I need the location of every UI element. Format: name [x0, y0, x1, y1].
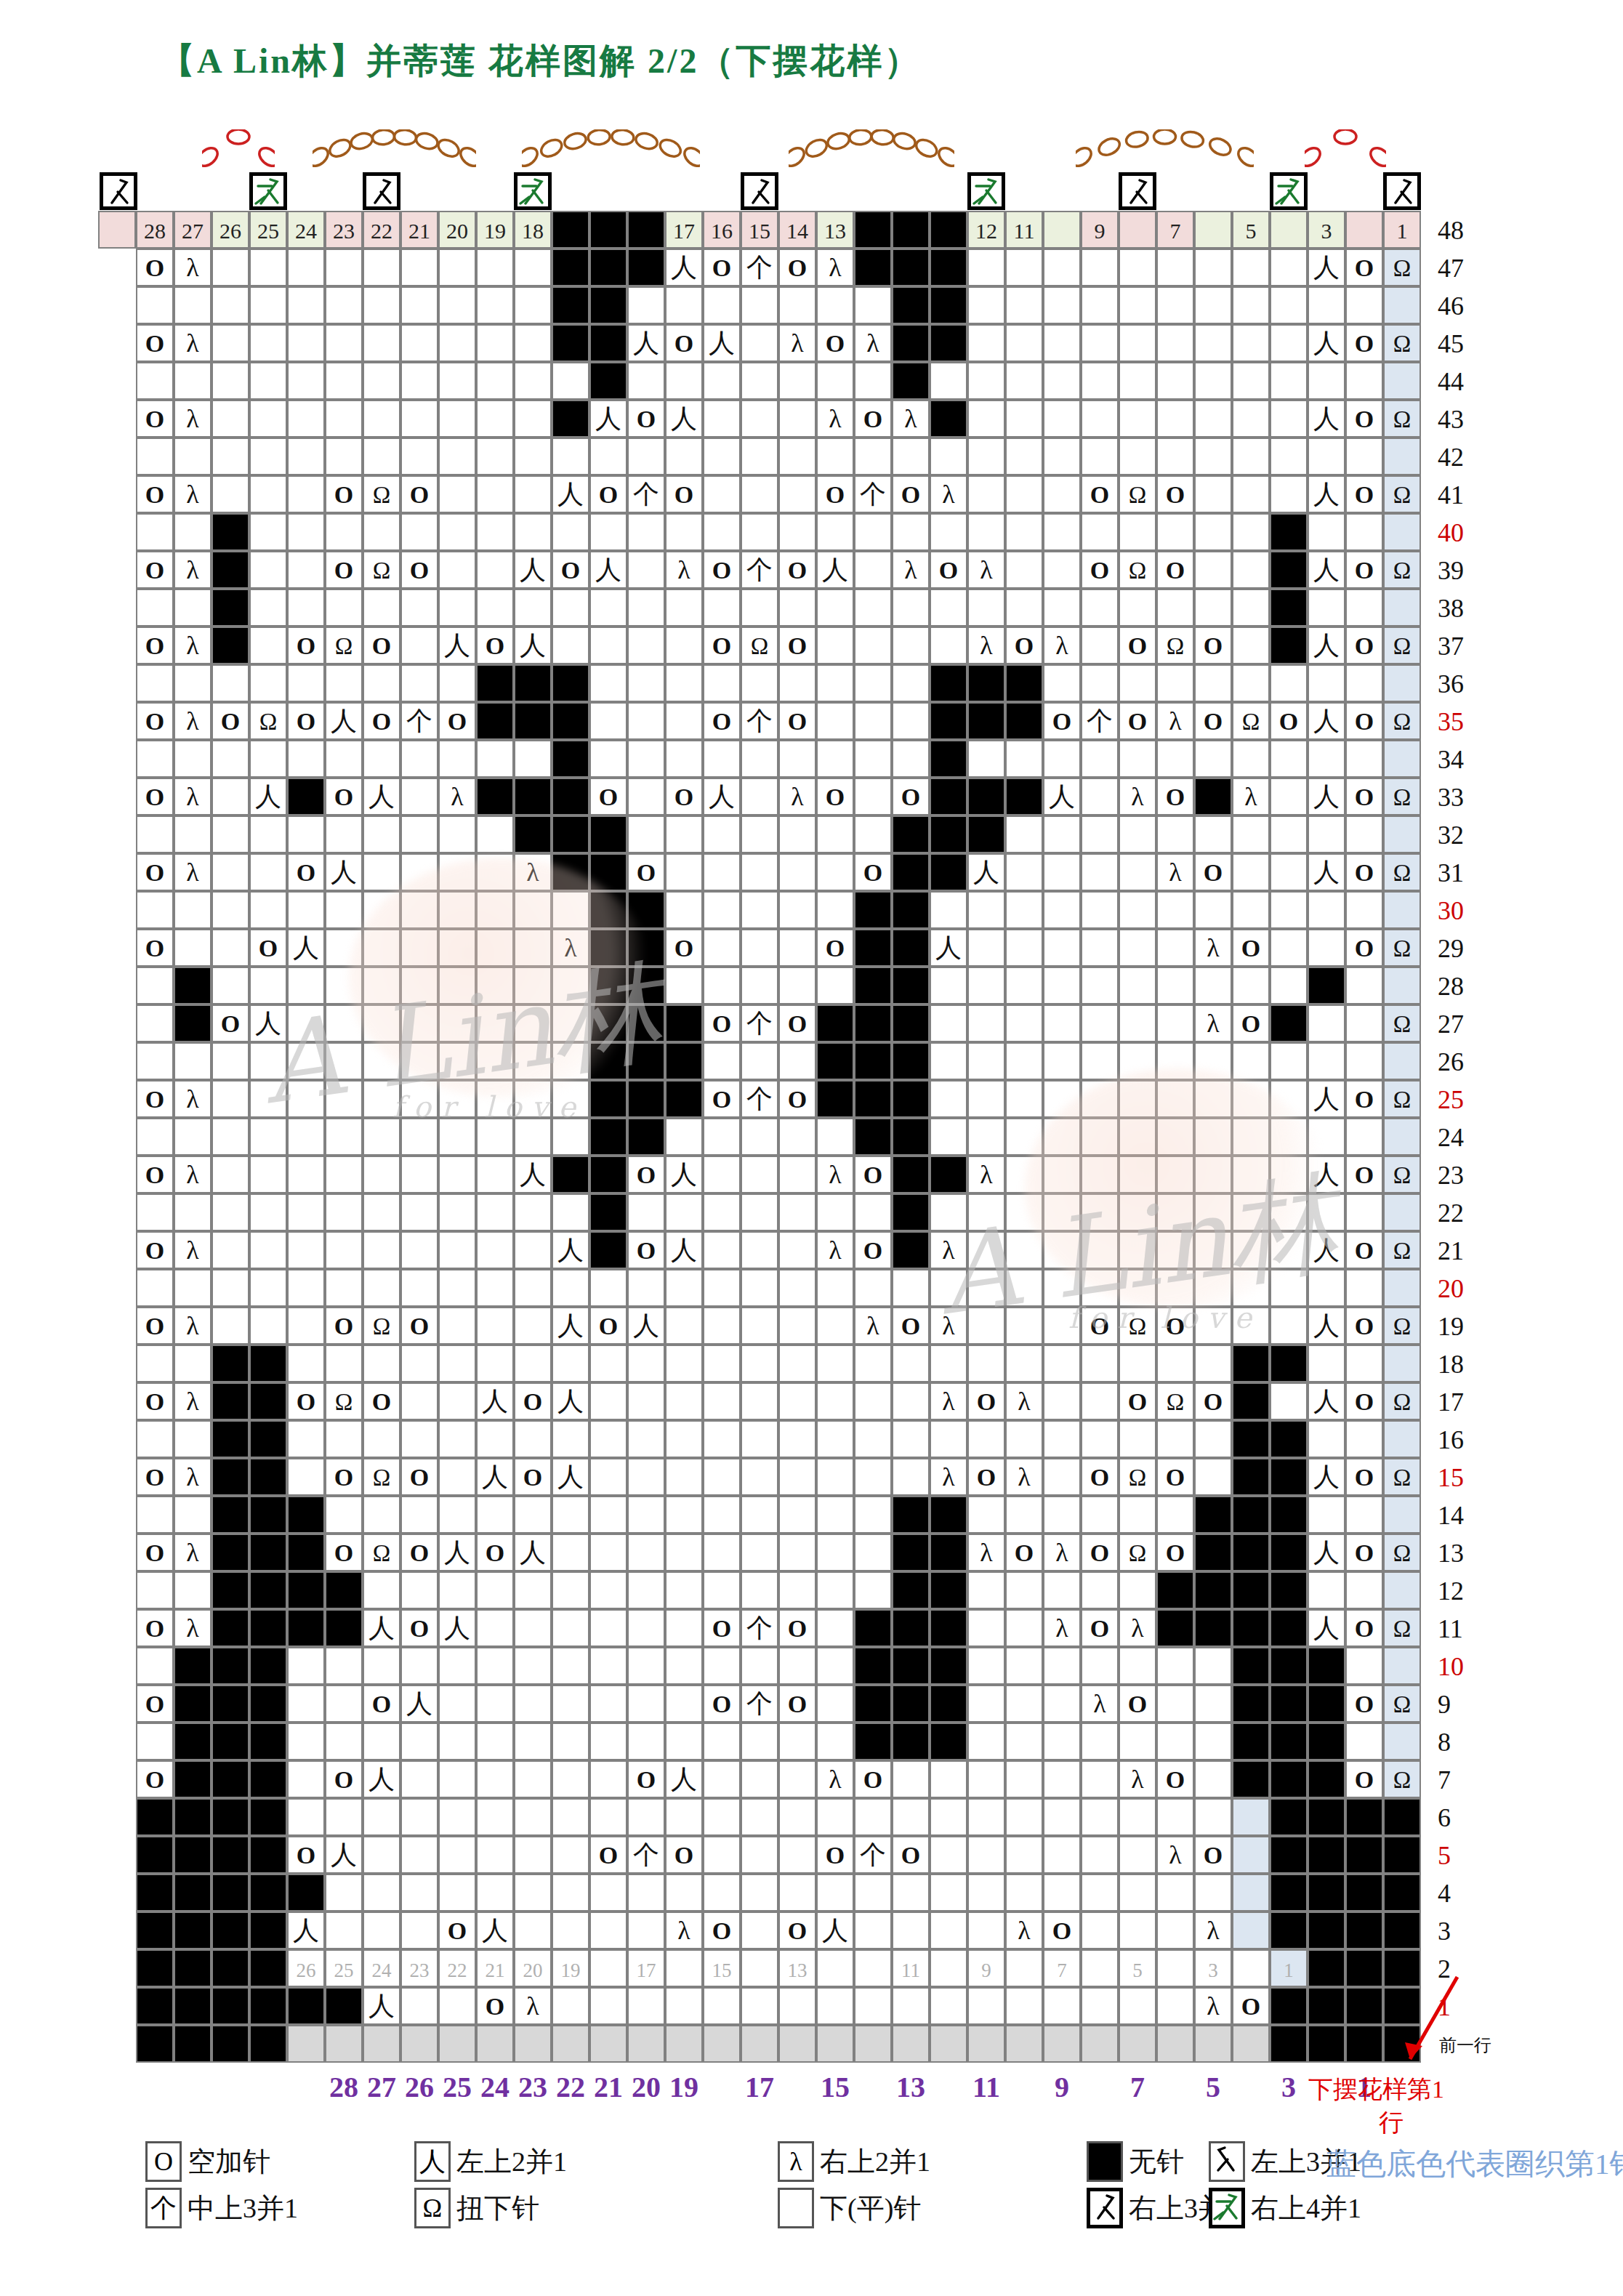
- chart-cell: [552, 513, 589, 551]
- chart-cell: [1081, 1949, 1119, 1987]
- chart-cell: [1270, 891, 1308, 929]
- chart-cell: [703, 1382, 741, 1420]
- chart-cell: [1043, 740, 1081, 778]
- chart-cell: O: [363, 1685, 400, 1723]
- blue-note: 蓝色底色代表圈织第1针: [1326, 2144, 1623, 2184]
- chart-cell: [778, 1382, 816, 1420]
- chart-cell: [703, 891, 741, 929]
- chart-cell: [476, 1042, 514, 1080]
- chart-cell: [892, 1382, 930, 1420]
- chart-cell: O: [1156, 475, 1194, 513]
- chart-cell: O: [1043, 702, 1081, 740]
- chart-cell: O: [1156, 1458, 1194, 1496]
- chart-cell: [400, 1723, 438, 1760]
- chart-cell: [476, 400, 514, 438]
- chart-cell: [1194, 1760, 1232, 1798]
- chart-cell: [589, 740, 627, 778]
- chart-cell: [778, 891, 816, 929]
- chart-cell: [363, 286, 400, 324]
- chart-cell: [1119, 1080, 1156, 1118]
- chart-cell: [1005, 1609, 1043, 1647]
- chart-cell: [1194, 815, 1232, 853]
- chart-cell: [703, 438, 741, 475]
- chart-cell: [1194, 249, 1232, 286]
- chart-cell: [400, 1571, 438, 1609]
- chart-cell: [1194, 740, 1232, 778]
- chart-cell: [892, 513, 930, 551]
- chart-cell: [1081, 1004, 1119, 1042]
- chart-cell: [287, 1345, 325, 1382]
- row-number: 30: [1438, 895, 1489, 926]
- chart-cell: [212, 589, 249, 627]
- chart-cell: [174, 891, 212, 929]
- chart-cell: O: [136, 249, 174, 286]
- chart-cell: [1043, 324, 1081, 362]
- chart-cell: [1043, 1231, 1081, 1269]
- chart-cell: [1156, 1609, 1194, 1647]
- chart-cell: [665, 1496, 703, 1534]
- chart-cell: [136, 1647, 174, 1685]
- chart-cell: [854, 1874, 892, 1912]
- chart-cell: [287, 362, 325, 400]
- chart-cell: [249, 967, 287, 1004]
- chart-cell: [1194, 1723, 1232, 1760]
- chart-cell: O: [854, 400, 892, 438]
- chart-cell: Ω: [1383, 1156, 1421, 1193]
- chart-cell: [930, 891, 967, 929]
- chart-cell: 人: [1308, 1307, 1345, 1345]
- chart-cell: [1081, 967, 1119, 1004]
- chart-cell: 人: [552, 1382, 589, 1420]
- chart-cell: [212, 1458, 249, 1496]
- chart-cell: [552, 664, 589, 702]
- chart-cell: [174, 664, 212, 702]
- chart-cell: [703, 1156, 741, 1193]
- chart-cell: [1345, 1118, 1383, 1156]
- chart-cell: O: [816, 475, 854, 513]
- chart-cell: λ: [1081, 1685, 1119, 1723]
- chart-cell: [174, 929, 212, 967]
- chart-cell: [1383, 1118, 1421, 1156]
- chart-cell: [1043, 1193, 1081, 1231]
- chart-cell: O: [778, 702, 816, 740]
- chart-cell: [1270, 1685, 1308, 1723]
- chart-cell: [892, 1760, 930, 1798]
- chart-cell: [1308, 1496, 1345, 1534]
- chart-cell: [589, 929, 627, 967]
- chart-cell: Ω: [1156, 627, 1194, 664]
- chart-cell: [325, 1193, 363, 1231]
- chart-cell: [1005, 967, 1043, 1004]
- chart-cell: O: [892, 475, 930, 513]
- legend-label: 中上3并1: [188, 2188, 298, 2228]
- chart-cell: [930, 778, 967, 815]
- chart-cell: [287, 664, 325, 702]
- chart-cell: [1043, 438, 1081, 475]
- chart-cell: Ω: [1383, 929, 1421, 967]
- marker-right3dec-icon: [1119, 172, 1156, 210]
- chart-cell: [892, 249, 930, 286]
- chart-cell: [514, 664, 552, 702]
- chart-cell: [400, 400, 438, 438]
- chart-cell: [400, 362, 438, 400]
- header-cell: [1119, 211, 1156, 249]
- chart-cell: [627, 1420, 665, 1458]
- chart-cell: λ: [778, 778, 816, 815]
- chart-cell: [1119, 1042, 1156, 1080]
- chart-cell: [967, 1118, 1005, 1156]
- chart-cell: [1232, 1118, 1270, 1156]
- chart-cell: [967, 1685, 1005, 1723]
- chart-cell: [1043, 1723, 1081, 1760]
- chart-cell: [514, 929, 552, 967]
- previous-row-cell: [967, 2025, 1005, 2063]
- chart-cell: [476, 1080, 514, 1118]
- chart-cell: [1194, 513, 1232, 551]
- chart-cell: [1043, 1685, 1081, 1723]
- chart-cell: O: [1194, 702, 1232, 740]
- chart-cell: λ: [816, 1760, 854, 1798]
- chart-cell: O: [1156, 1307, 1194, 1345]
- chart-cell: [287, 740, 325, 778]
- chart-cell: [174, 1723, 212, 1760]
- legend-label: 空加针: [188, 2141, 270, 2182]
- chart-cell: [627, 1193, 665, 1231]
- chart-cell: [1194, 1496, 1232, 1534]
- chart-cell: [589, 1231, 627, 1269]
- chart-cell: 人: [589, 400, 627, 438]
- chart-cell: [1081, 438, 1119, 475]
- chart-cell: [1270, 1382, 1308, 1420]
- chart-cell: [892, 1231, 930, 1269]
- chart-cell: [1043, 1760, 1081, 1798]
- chart-cell: [363, 1004, 400, 1042]
- chart-cell: [136, 891, 174, 929]
- chart-cell: [1156, 664, 1194, 702]
- header-cell: 27: [174, 211, 212, 249]
- chart-cell: [287, 1156, 325, 1193]
- chart-cell: [249, 1912, 287, 1949]
- chart-cell: O: [136, 1760, 174, 1798]
- chart-cell: O: [249, 929, 287, 967]
- chart-cell: [1043, 1042, 1081, 1080]
- chart-cell: O: [1119, 702, 1156, 740]
- chart-cell: λ: [514, 853, 552, 891]
- chart-cell: [514, 1193, 552, 1231]
- chart-cell: λ: [1194, 1987, 1232, 2025]
- chart-cell: [665, 1534, 703, 1571]
- chart-cell: O: [476, 1534, 514, 1571]
- chart-cell: [627, 1269, 665, 1307]
- chart-cell: [816, 1042, 854, 1080]
- chart-cell: [1156, 1118, 1194, 1156]
- legend-right3-icon: [1087, 2188, 1123, 2228]
- chart-cell: [325, 286, 363, 324]
- chart-cell: O: [325, 1760, 363, 1798]
- chart-cell: [514, 513, 552, 551]
- chart-cell: [1119, 1156, 1156, 1193]
- chart-cell: [778, 1193, 816, 1231]
- row-number: 28: [1438, 971, 1489, 1002]
- chart-cell: [249, 286, 287, 324]
- chart-cell: [476, 1193, 514, 1231]
- chart-cell: [1005, 853, 1043, 891]
- chart-cell: [400, 1912, 438, 1949]
- chart-cell: [1156, 1647, 1194, 1685]
- chart-cell: [1308, 362, 1345, 400]
- chart-cell: [1194, 589, 1232, 627]
- chart-cell: [1156, 1571, 1194, 1609]
- chart-cell: Ω: [325, 1382, 363, 1420]
- chart-cell: [627, 1723, 665, 1760]
- chart-cell: [892, 1571, 930, 1609]
- chart-cell: O: [1345, 400, 1383, 438]
- chart-cell: [249, 1231, 287, 1269]
- chart-cell: [930, 1496, 967, 1534]
- row-number: 6: [1438, 1802, 1489, 1833]
- chart-cell: [1005, 249, 1043, 286]
- chart-cell: [1232, 853, 1270, 891]
- chart-cell: [1194, 1571, 1232, 1609]
- chart-cell: [778, 1156, 816, 1193]
- chart-cell: [930, 1874, 967, 1912]
- chart-cell: [854, 551, 892, 589]
- chart-cell: [212, 1685, 249, 1723]
- chart-cell: [1270, 1609, 1308, 1647]
- row-number: 23: [1438, 1160, 1489, 1191]
- chart-cell: Ω: [249, 702, 287, 740]
- chart-cell: [589, 438, 627, 475]
- chart-cell: [816, 1685, 854, 1723]
- chart-cell: [1270, 1080, 1308, 1118]
- chart-cell: [665, 853, 703, 891]
- chart-cell: [967, 1231, 1005, 1269]
- chart-cell: 20: [514, 1949, 552, 1987]
- chart-cell: [1119, 1647, 1156, 1685]
- row-number: 34: [1438, 744, 1489, 775]
- chart-cell: [1194, 1609, 1232, 1647]
- chart-cell: [778, 1118, 816, 1156]
- chart-cell: [589, 362, 627, 400]
- chart-cell: [627, 589, 665, 627]
- legend-label: 无针: [1129, 2141, 1184, 2182]
- chart-cell: [703, 1874, 741, 1912]
- chart-cell: [741, 1420, 778, 1458]
- chart-cell: [1270, 1534, 1308, 1571]
- chart-cell: 11: [892, 1949, 930, 1987]
- chart-cell: [476, 1836, 514, 1874]
- chart-cell: [892, 1723, 930, 1760]
- chart-cell: 个: [741, 1685, 778, 1723]
- chart-cell: [1232, 249, 1270, 286]
- chart-cell: O: [589, 1836, 627, 1874]
- chart-cell: O: [1345, 551, 1383, 589]
- chart-cell: [967, 1760, 1005, 1798]
- row-number: 15: [1438, 1462, 1489, 1493]
- chart-cell: [1119, 664, 1156, 702]
- chart-cell: [174, 1760, 212, 1798]
- chart-cell: [1081, 589, 1119, 627]
- chart-cell: [1043, 891, 1081, 929]
- chart-cell: [1270, 513, 1308, 551]
- chart-cell: [1232, 1156, 1270, 1193]
- chart-cell: [514, 1912, 552, 1949]
- chart-cell: [476, 475, 514, 513]
- chart-cell: [854, 1269, 892, 1307]
- chart-cell: [930, 1042, 967, 1080]
- chart-cell: [325, 664, 363, 702]
- chart-cell: [1345, 1496, 1383, 1534]
- row-number: 33: [1438, 782, 1489, 813]
- knitting-chart-page: 【A Lin林】并蒂莲 花样图解 2/2（下摆花样） 2827262524232…: [0, 0, 1623, 2296]
- chart-cell: 个: [741, 1004, 778, 1042]
- chart-cell: [136, 286, 174, 324]
- chart-cell: [1232, 1307, 1270, 1345]
- header-cell: 17: [665, 211, 703, 249]
- chart-cell: [325, 1080, 363, 1118]
- chart-cell: [1270, 1723, 1308, 1760]
- chart-cell: [1270, 778, 1308, 815]
- chart-cell: 人: [816, 551, 854, 589]
- chart-cell: [174, 1647, 212, 1685]
- chart-cell: [325, 1685, 363, 1723]
- chart-cell: [1232, 1723, 1270, 1760]
- chart-cell: [1232, 1420, 1270, 1458]
- chart-cell: [741, 1382, 778, 1420]
- chart-cell: O: [1270, 702, 1308, 740]
- previous-row-cell: [665, 2025, 703, 2063]
- chart-cell: [1232, 1534, 1270, 1571]
- chart-cell: [136, 589, 174, 627]
- chart-cell: [514, 438, 552, 475]
- chart-cell: [741, 967, 778, 1004]
- chart-cell: O: [892, 1836, 930, 1874]
- chart-cell: [778, 1723, 816, 1760]
- chart-cell: [589, 324, 627, 362]
- chart-cell: [589, 1647, 627, 1685]
- chart-cell: O: [665, 929, 703, 967]
- chart-cell: 1: [1270, 1949, 1308, 1987]
- chart-cell: [212, 1836, 249, 1874]
- chart-cell: O: [287, 627, 325, 664]
- chart-cell: [1156, 1874, 1194, 1912]
- chart-cell: O: [1345, 1156, 1383, 1193]
- chart-cell: [589, 1723, 627, 1760]
- chart-cell: [363, 1269, 400, 1307]
- chart-cell: [400, 513, 438, 551]
- chart-cell: O: [1081, 1609, 1119, 1647]
- chart-cell: [967, 815, 1005, 853]
- chart-cell: [552, 853, 589, 891]
- chart-cell: [249, 1382, 287, 1420]
- chart-cell: [400, 967, 438, 1004]
- chart-cell: λ: [1005, 1458, 1043, 1496]
- chart-cell: λ: [174, 324, 212, 362]
- row-number: 39: [1438, 555, 1489, 586]
- chart-cell: O: [1156, 778, 1194, 815]
- chart-cell: [249, 1269, 287, 1307]
- chart-cell: [778, 1571, 816, 1609]
- chart-cell: [287, 475, 325, 513]
- chart-cell: [552, 702, 589, 740]
- chart-cell: 人: [1308, 627, 1345, 664]
- chart-cell: [892, 324, 930, 362]
- chart-cell: [1156, 929, 1194, 967]
- chart-cell: Ω: [1383, 1458, 1421, 1496]
- chart-cell: [287, 1042, 325, 1080]
- next-tier-stitch-number: 17: [745, 2070, 774, 2104]
- chart-cell: O: [325, 1534, 363, 1571]
- chart-cell: [627, 815, 665, 853]
- chart-cell: [552, 1118, 589, 1156]
- chart-cell: [249, 853, 287, 891]
- chart-cell: [514, 1609, 552, 1647]
- chart-cell: [1005, 1874, 1043, 1912]
- chart-cell: [1005, 589, 1043, 627]
- chart-cell: [476, 589, 514, 627]
- chart-cell: λ: [816, 1156, 854, 1193]
- chart-cell: [1308, 1723, 1345, 1760]
- chart-cell: [438, 1798, 476, 1836]
- chart-cell: [476, 1156, 514, 1193]
- chart-cell: [589, 1269, 627, 1307]
- chart-cell: Ω: [1383, 1231, 1421, 1269]
- chart-cell: [1308, 589, 1345, 627]
- chart-cell: [1232, 1193, 1270, 1231]
- chart-cell: [1232, 1571, 1270, 1609]
- chart-cell: [1308, 1949, 1345, 1987]
- chart-cell: [778, 438, 816, 475]
- chart-cell: [778, 1269, 816, 1307]
- chart-cell: [1345, 815, 1383, 853]
- chart-cell: [589, 853, 627, 891]
- header-cell: 25: [249, 211, 287, 249]
- chart-cell: [1345, 513, 1383, 551]
- chart-cell: [438, 400, 476, 438]
- chart-cell: [1383, 1269, 1421, 1307]
- chart-cell: [1081, 1420, 1119, 1458]
- chart-cell: λ: [174, 627, 212, 664]
- chart-cell: [212, 740, 249, 778]
- chart-cell: [892, 1609, 930, 1647]
- chart-cell: [741, 1118, 778, 1156]
- chart-cell: [589, 1496, 627, 1534]
- chart-cell: [476, 1231, 514, 1269]
- chart-cell: O: [136, 853, 174, 891]
- chart-cell: [476, 1496, 514, 1534]
- chart-cell: [400, 1760, 438, 1798]
- chart-cell: [1308, 1685, 1345, 1723]
- chart-cell: O: [703, 1609, 741, 1647]
- chart-cell: [741, 1042, 778, 1080]
- chart-cell: [1119, 891, 1156, 929]
- header-cell: [1043, 211, 1081, 249]
- chart-cell: O: [778, 1609, 816, 1647]
- chart-cell: [703, 400, 741, 438]
- chart-cell: [212, 1231, 249, 1269]
- chart-cell: [1156, 1420, 1194, 1458]
- chart-cell: [1194, 438, 1232, 475]
- row-number: 4: [1438, 1878, 1489, 1909]
- next-tier-stitch-number: 11: [972, 2070, 1000, 2104]
- chart-cell: [627, 740, 665, 778]
- chart-cell: [325, 1912, 363, 1949]
- chart-cell: [589, 1080, 627, 1118]
- chart-cell: [287, 324, 325, 362]
- chart-cell: [854, 929, 892, 967]
- row-number: 46: [1438, 291, 1489, 321]
- chart-cell: [514, 778, 552, 815]
